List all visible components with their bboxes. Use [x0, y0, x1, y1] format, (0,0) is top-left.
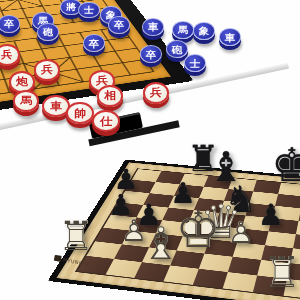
chess-square [253, 275, 287, 295]
xiangqi-piece-blue: 象 [193, 22, 215, 39]
photo-watermark: www.fig [60, 107, 83, 117]
xiangqi-piece-blue: 士 [184, 54, 206, 72]
chess-square [223, 272, 257, 292]
xiangqi-piece-character: 車 [225, 32, 235, 41]
xiangqi-piece-blue: 馬 [172, 21, 194, 38]
xiangqi-piece-character: 車 [50, 101, 62, 112]
brand-logo-icon [54, 255, 62, 262]
product-photo-scene: 卒馬砲將士象卒卒車馬象車卒砲士兵炮馬兵車帥兵相仕兵 www.fig MYUNGI… [0, 0, 300, 300]
chess-square [284, 279, 300, 299]
chess-set [48, 160, 300, 300]
xiangqi-piece-character: 士 [190, 58, 201, 67]
xiangqi-piece-character: 馬 [178, 25, 188, 34]
xiangqi-piece-character: 砲 [172, 44, 182, 53]
chess-frame [48, 160, 300, 300]
xiangqi-piece-character: 象 [199, 26, 209, 35]
xiangqi-piece-blue: 車 [219, 28, 241, 45]
chess-wood-border [56, 162, 300, 300]
chess-board-surface [75, 168, 300, 300]
